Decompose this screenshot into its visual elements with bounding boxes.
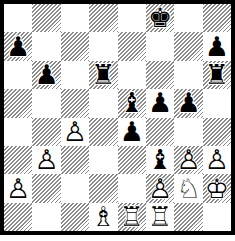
rook-icon: ♖ bbox=[146, 203, 174, 230]
chess-board: ♚♟♟♟♜♜♝♟♟♟♙♟♟♙♝♟♙♟♙♟♙♟♙♞♘♚♔♝♗♜♖♜♖ bbox=[0, 0, 235, 235]
square-e5[interactable]: ♝ bbox=[118, 89, 146, 117]
square-d4[interactable] bbox=[89, 118, 117, 146]
square-d2[interactable] bbox=[89, 174, 117, 202]
king-icon: ♔ bbox=[203, 174, 231, 201]
pawn-icon: ♙ bbox=[61, 117, 89, 144]
black-king-piece[interactable]: ♚ bbox=[146, 4, 174, 32]
square-h6[interactable]: ♜ bbox=[203, 61, 231, 89]
square-g5[interactable]: ♟ bbox=[174, 89, 202, 117]
square-b3[interactable]: ♟♙ bbox=[32, 146, 60, 174]
black-rook-piece[interactable]: ♜ bbox=[203, 61, 231, 89]
square-e3[interactable] bbox=[118, 146, 146, 174]
pawn-icon: ♟ bbox=[174, 89, 202, 116]
pawn-icon: ♟ bbox=[203, 32, 231, 59]
black-rook-piece[interactable]: ♜ bbox=[89, 61, 117, 89]
square-f7[interactable] bbox=[146, 32, 174, 60]
knight-icon: ♘ bbox=[174, 174, 202, 201]
square-b7[interactable] bbox=[32, 32, 60, 60]
square-d8[interactable] bbox=[89, 4, 117, 32]
square-f6[interactable] bbox=[146, 61, 174, 89]
pawn-icon: ♟ bbox=[4, 32, 32, 59]
square-e7[interactable] bbox=[118, 32, 146, 60]
square-c2[interactable] bbox=[61, 174, 89, 202]
square-g1[interactable] bbox=[174, 203, 202, 231]
square-f3[interactable]: ♝ bbox=[146, 146, 174, 174]
black-pawn-piece[interactable]: ♟ bbox=[118, 118, 146, 146]
pawn-icon: ♙ bbox=[4, 174, 32, 201]
square-b2[interactable] bbox=[32, 174, 60, 202]
square-g8[interactable] bbox=[174, 4, 202, 32]
square-f1[interactable]: ♜♖ bbox=[146, 203, 174, 231]
square-g4[interactable] bbox=[174, 118, 202, 146]
square-e6[interactable] bbox=[118, 61, 146, 89]
square-a4[interactable] bbox=[4, 118, 32, 146]
square-b8[interactable] bbox=[32, 4, 60, 32]
square-f8[interactable]: ♚ bbox=[146, 4, 174, 32]
square-g2[interactable]: ♞♘ bbox=[174, 174, 202, 202]
square-a8[interactable] bbox=[4, 4, 32, 32]
square-g7[interactable] bbox=[174, 32, 202, 60]
white-rook-piece[interactable]: ♜♖ bbox=[146, 203, 174, 231]
square-h1[interactable] bbox=[203, 203, 231, 231]
square-a2[interactable]: ♟♙ bbox=[4, 174, 32, 202]
black-pawn-piece[interactable]: ♟ bbox=[32, 61, 60, 89]
square-d5[interactable] bbox=[89, 89, 117, 117]
white-king-piece[interactable]: ♚♔ bbox=[203, 174, 231, 202]
square-c1[interactable] bbox=[61, 203, 89, 231]
square-h5[interactable] bbox=[203, 89, 231, 117]
white-bishop-piece[interactable]: ♝♗ bbox=[89, 203, 117, 231]
square-d1[interactable]: ♝♗ bbox=[89, 203, 117, 231]
white-rook-piece[interactable]: ♜♖ bbox=[118, 203, 146, 231]
bishop-icon: ♗ bbox=[89, 203, 117, 230]
square-e1[interactable]: ♜♖ bbox=[118, 203, 146, 231]
square-a5[interactable] bbox=[4, 89, 32, 117]
rook-icon: ♜ bbox=[203, 61, 231, 88]
pawn-icon: ♙ bbox=[32, 146, 60, 173]
square-f4[interactable] bbox=[146, 118, 174, 146]
square-g6[interactable] bbox=[174, 61, 202, 89]
black-bishop-piece[interactable]: ♝ bbox=[118, 89, 146, 117]
square-a3[interactable] bbox=[4, 146, 32, 174]
square-c8[interactable] bbox=[61, 4, 89, 32]
square-b4[interactable] bbox=[32, 118, 60, 146]
square-h7[interactable]: ♟ bbox=[203, 32, 231, 60]
pawn-icon: ♟ bbox=[32, 61, 60, 88]
square-c3[interactable] bbox=[61, 146, 89, 174]
square-d3[interactable] bbox=[89, 146, 117, 174]
square-b5[interactable] bbox=[32, 89, 60, 117]
square-c6[interactable] bbox=[61, 61, 89, 89]
square-c4[interactable]: ♟♙ bbox=[61, 118, 89, 146]
white-pawn-piece[interactable]: ♟♙ bbox=[174, 146, 202, 174]
square-a6[interactable] bbox=[4, 61, 32, 89]
black-bishop-piece[interactable]: ♝ bbox=[146, 146, 174, 174]
pawn-icon: ♙ bbox=[146, 174, 174, 201]
white-pawn-piece[interactable]: ♟♙ bbox=[146, 174, 174, 202]
square-c5[interactable] bbox=[61, 89, 89, 117]
square-h2[interactable]: ♚♔ bbox=[203, 174, 231, 202]
bishop-icon: ♝ bbox=[118, 89, 146, 116]
square-g3[interactable]: ♟♙ bbox=[174, 146, 202, 174]
square-e4[interactable]: ♟ bbox=[118, 118, 146, 146]
square-c7[interactable] bbox=[61, 32, 89, 60]
black-pawn-piece[interactable]: ♟ bbox=[203, 32, 231, 60]
square-f2[interactable]: ♟♙ bbox=[146, 174, 174, 202]
king-icon: ♚ bbox=[146, 4, 174, 31]
black-pawn-piece[interactable]: ♟ bbox=[4, 32, 32, 60]
square-b6[interactable]: ♟ bbox=[32, 61, 60, 89]
rook-icon: ♜ bbox=[89, 61, 117, 88]
square-d6[interactable]: ♜ bbox=[89, 61, 117, 89]
black-pawn-piece[interactable]: ♟ bbox=[146, 89, 174, 117]
square-h4[interactable] bbox=[203, 118, 231, 146]
white-pawn-piece[interactable]: ♟♙ bbox=[4, 174, 32, 202]
white-pawn-piece[interactable]: ♟♙ bbox=[32, 146, 60, 174]
pawn-icon: ♙ bbox=[174, 146, 202, 173]
square-a7[interactable]: ♟ bbox=[4, 32, 32, 60]
square-e8[interactable] bbox=[118, 4, 146, 32]
square-b1[interactable] bbox=[32, 203, 60, 231]
white-knight-piece[interactable]: ♞♘ bbox=[174, 174, 202, 202]
pawn-icon: ♟ bbox=[118, 117, 146, 144]
white-pawn-piece[interactable]: ♟♙ bbox=[61, 118, 89, 146]
square-d7[interactable] bbox=[89, 32, 117, 60]
bishop-icon: ♝ bbox=[146, 146, 174, 173]
white-pawn-piece[interactable]: ♟♙ bbox=[203, 146, 231, 174]
square-e2[interactable] bbox=[118, 174, 146, 202]
square-f5[interactable]: ♟ bbox=[146, 89, 174, 117]
rook-icon: ♖ bbox=[118, 203, 146, 230]
square-h3[interactable]: ♟♙ bbox=[203, 146, 231, 174]
square-h8[interactable] bbox=[203, 4, 231, 32]
pawn-icon: ♙ bbox=[203, 146, 231, 173]
pawn-icon: ♟ bbox=[146, 89, 174, 116]
square-a1[interactable] bbox=[4, 203, 32, 231]
black-pawn-piece[interactable]: ♟ bbox=[174, 89, 202, 117]
